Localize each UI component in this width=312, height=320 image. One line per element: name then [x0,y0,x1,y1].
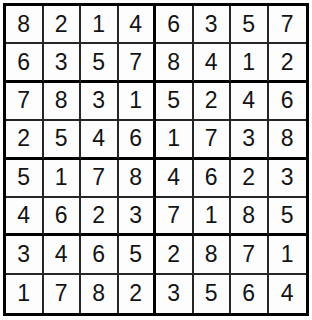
sudoku-cell-r1c5[interactable]: 6 [156,6,194,44]
sudoku-cell-r4c6[interactable]: 7 [194,121,232,159]
sudoku-cell-r3c5[interactable]: 5 [156,83,194,121]
sudoku-cell-r7c7[interactable]: 7 [231,236,269,274]
sudoku-cell-r1c6[interactable]: 3 [194,6,232,44]
sudoku-cell-r2c1[interactable]: 6 [6,44,44,82]
sudoku-cell-r3c4[interactable]: 1 [119,83,157,121]
sudoku-cell-r4c4[interactable]: 6 [119,121,157,159]
sudoku-cell-r5c4[interactable]: 8 [119,160,157,198]
sudoku-cell-r6c1[interactable]: 4 [6,198,44,236]
sudoku-cell-r8c7[interactable]: 6 [231,275,269,313]
sudoku-cell-r5c3[interactable]: 7 [81,160,119,198]
sudoku-cell-r1c7[interactable]: 5 [231,6,269,44]
sudoku-cell-r5c6[interactable]: 6 [194,160,232,198]
sudoku-cell-r1c8[interactable]: 7 [269,6,307,44]
sudoku-cell-r7c4[interactable]: 5 [119,236,157,274]
sudoku-cell-r8c4[interactable]: 2 [119,275,157,313]
sudoku-cell-r7c6[interactable]: 8 [194,236,232,274]
sudoku-cell-r2c5[interactable]: 8 [156,44,194,82]
sudoku-cell-r3c1[interactable]: 7 [6,83,44,121]
sudoku-cell-r8c1[interactable]: 1 [6,275,44,313]
sudoku-cell-r4c7[interactable]: 3 [231,121,269,159]
sudoku-cell-r7c2[interactable]: 4 [44,236,82,274]
sudoku-cell-r2c6[interactable]: 4 [194,44,232,82]
sudoku-cell-r8c6[interactable]: 5 [194,275,232,313]
sudoku-cell-r1c2[interactable]: 2 [44,6,82,44]
sudoku-cell-r7c3[interactable]: 6 [81,236,119,274]
sudoku-cell-r4c2[interactable]: 5 [44,121,82,159]
sudoku-cell-r3c7[interactable]: 4 [231,83,269,121]
sudoku-cell-r6c7[interactable]: 8 [231,198,269,236]
sudoku-cell-r8c2[interactable]: 7 [44,275,82,313]
sudoku-cell-r5c8[interactable]: 3 [269,160,307,198]
sudoku-cell-r7c5[interactable]: 2 [156,236,194,274]
sudoku-cell-r1c1[interactable]: 8 [6,6,44,44]
sudoku-cell-r8c8[interactable]: 4 [269,275,307,313]
sudoku-cell-r6c4[interactable]: 3 [119,198,157,236]
sudoku-cell-r2c4[interactable]: 7 [119,44,157,82]
sudoku-cell-r1c4[interactable]: 4 [119,6,157,44]
sudoku-cell-r5c5[interactable]: 4 [156,160,194,198]
sudoku-cell-r2c7[interactable]: 1 [231,44,269,82]
sudoku-page: 8214635763578412783152462546173851784623… [0,0,312,320]
sudoku-cell-r2c8[interactable]: 2 [269,44,307,82]
sudoku-cell-r4c8[interactable]: 8 [269,121,307,159]
sudoku-cell-r6c3[interactable]: 2 [81,198,119,236]
sudoku-cell-r4c5[interactable]: 1 [156,121,194,159]
sudoku-cell-r2c2[interactable]: 3 [44,44,82,82]
sudoku-cell-r6c8[interactable]: 5 [269,198,307,236]
sudoku-cell-r3c3[interactable]: 3 [81,83,119,121]
sudoku-board: 8214635763578412783152462546173851784623… [3,3,309,316]
sudoku-cell-r5c1[interactable]: 5 [6,160,44,198]
sudoku-cell-r1c3[interactable]: 1 [81,6,119,44]
sudoku-cell-r4c1[interactable]: 2 [6,121,44,159]
sudoku-cell-r7c8[interactable]: 1 [269,236,307,274]
sudoku-cell-r3c8[interactable]: 6 [269,83,307,121]
sudoku-cell-r3c6[interactable]: 2 [194,83,232,121]
sudoku-cell-r5c2[interactable]: 1 [44,160,82,198]
sudoku-cell-r7c1[interactable]: 3 [6,236,44,274]
sudoku-cell-r8c3[interactable]: 8 [81,275,119,313]
sudoku-cell-r6c6[interactable]: 1 [194,198,232,236]
sudoku-cell-r4c3[interactable]: 4 [81,121,119,159]
sudoku-cell-r5c7[interactable]: 2 [231,160,269,198]
sudoku-cell-r6c2[interactable]: 6 [44,198,82,236]
sudoku-cell-r3c2[interactable]: 8 [44,83,82,121]
sudoku-cell-r6c5[interactable]: 7 [156,198,194,236]
sudoku-cell-r8c5[interactable]: 3 [156,275,194,313]
sudoku-cell-r2c3[interactable]: 5 [81,44,119,82]
